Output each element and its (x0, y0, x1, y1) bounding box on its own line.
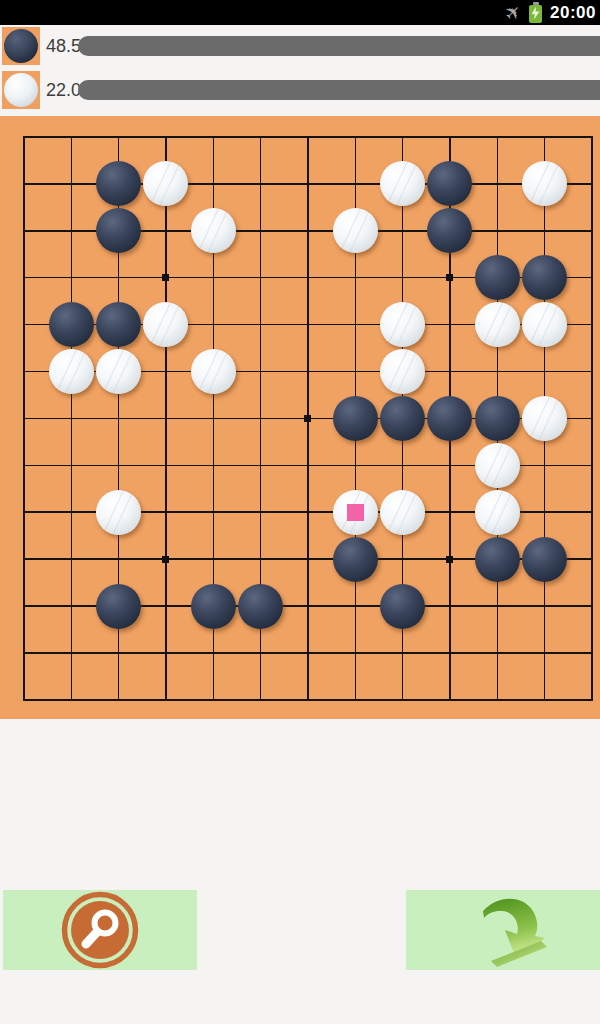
white-score-bar (78, 80, 600, 100)
grid-line (23, 699, 593, 701)
white-stone (191, 208, 236, 253)
black-stone (380, 396, 425, 441)
black-stone (191, 584, 236, 629)
black-stone-icon (4, 29, 38, 63)
last-move-marker (347, 504, 364, 521)
black-stone (475, 396, 520, 441)
redo-arrow-icon (457, 891, 549, 969)
white-stone (380, 161, 425, 206)
white-stone (96, 490, 141, 535)
white-stone (380, 349, 425, 394)
black-stone (96, 208, 141, 253)
white-stone (143, 302, 188, 347)
white-stone (333, 490, 378, 535)
black-stone (427, 396, 472, 441)
black-stone (427, 208, 472, 253)
white-stone (49, 349, 94, 394)
white-stone (143, 161, 188, 206)
star-point (162, 274, 169, 281)
white-stone-icon (4, 73, 38, 107)
status-bar-icons: ✈ 20:00 (505, 0, 596, 25)
charging-bolt-icon (532, 7, 540, 20)
white-stone (96, 349, 141, 394)
white-stone (333, 208, 378, 253)
white-stone (475, 490, 520, 535)
go-board[interactable] (0, 116, 600, 719)
white-stone (475, 443, 520, 488)
app-screen: ✈ 20:00 48.5 22.0 (0, 0, 600, 1024)
airplane-mode-icon: ✈ (501, 0, 526, 25)
status-bar: ✈ 20:00 (0, 0, 600, 25)
score-panel: 48.5 22.0 (0, 25, 600, 116)
next-move-button[interactable] (406, 890, 600, 970)
white-stone (191, 349, 236, 394)
black-stone (49, 302, 94, 347)
white-stone (475, 302, 520, 347)
black-stone (522, 255, 567, 300)
search-button[interactable] (3, 890, 197, 970)
black-stone (96, 302, 141, 347)
clock-text: 20:00 (550, 3, 596, 23)
white-stone (380, 302, 425, 347)
black-stone (96, 161, 141, 206)
grid-line (591, 136, 593, 700)
magnifier-badge-icon (61, 891, 139, 969)
black-player-icon (2, 27, 40, 65)
white-stone (522, 396, 567, 441)
white-score-row: 22.0 (0, 71, 600, 109)
white-stone (522, 161, 567, 206)
star-point (304, 415, 311, 422)
black-stone (475, 537, 520, 582)
battery-charging-icon (529, 5, 542, 23)
black-stone (380, 584, 425, 629)
black-score-value: 48.5 (46, 27, 81, 65)
black-stone (475, 255, 520, 300)
star-point (162, 556, 169, 563)
black-score-bar (78, 36, 600, 56)
white-stone (380, 490, 425, 535)
white-player-icon (2, 71, 40, 109)
star-point (446, 556, 453, 563)
star-point (446, 274, 453, 281)
black-stone (333, 537, 378, 582)
grid-line (23, 652, 593, 654)
black-stone (427, 161, 472, 206)
black-score-row: 48.5 (0, 27, 600, 65)
white-stone (522, 302, 567, 347)
black-stone (522, 537, 567, 582)
white-score-value: 22.0 (46, 71, 81, 109)
black-stone (238, 584, 283, 629)
black-stone (333, 396, 378, 441)
black-stone (96, 584, 141, 629)
